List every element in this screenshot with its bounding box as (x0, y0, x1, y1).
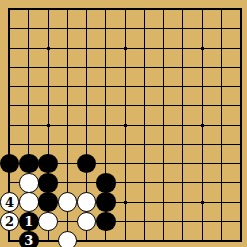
board-point (96, 192, 115, 211)
black-stone (38, 154, 58, 174)
board-point (38, 212, 57, 231)
board-point (38, 173, 57, 192)
stones-layer: 4213 (0, 0, 247, 247)
board-point (0, 154, 19, 173)
board-point (96, 212, 115, 231)
board-point: 2 (0, 212, 19, 231)
white-stone (58, 192, 78, 212)
board-point (77, 154, 96, 173)
board-point (19, 173, 38, 192)
board-point (38, 192, 57, 211)
black-stone (38, 192, 58, 212)
black-stone (77, 154, 97, 174)
white-stone (19, 192, 39, 212)
move-number-label: 4 (5, 195, 14, 208)
black-stone (0, 154, 19, 174)
board-point (58, 231, 77, 247)
board-point: 3 (19, 231, 38, 247)
black-stone: 3 (19, 231, 39, 247)
board-point (19, 192, 38, 211)
black-stone (38, 173, 58, 193)
board-point: 1 (19, 212, 38, 231)
black-stone (19, 154, 39, 174)
board-point (19, 154, 38, 173)
board-point (77, 192, 96, 211)
white-stone (19, 173, 39, 193)
black-stone (96, 173, 116, 193)
go-board: 4213 (0, 0, 247, 247)
move-number-label: 1 (24, 214, 33, 227)
white-stone (58, 231, 78, 247)
black-stone: 1 (19, 212, 39, 232)
move-number-label: 3 (24, 234, 33, 247)
white-stone (77, 192, 97, 212)
white-stone (38, 212, 58, 232)
white-stone: 2 (0, 212, 19, 232)
white-stone: 4 (0, 192, 19, 212)
board-point (96, 173, 115, 192)
board-point (38, 154, 57, 173)
board-point (77, 212, 96, 231)
white-stone (77, 212, 97, 232)
board-point: 4 (0, 192, 19, 211)
go-diagram: 4213 (0, 0, 247, 247)
black-stone (96, 212, 116, 232)
move-number-label: 2 (5, 214, 14, 227)
black-stone (96, 192, 116, 212)
board-point (58, 192, 77, 211)
